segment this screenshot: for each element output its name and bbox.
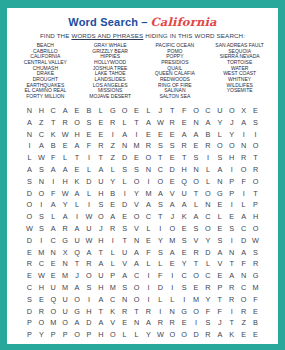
- grid-cell: C: [142, 211, 154, 223]
- grid-cell: T: [95, 246, 107, 258]
- grid-cell: S: [166, 140, 178, 152]
- grid-cell: E: [166, 152, 178, 164]
- word-list-item: SALTON SEA: [143, 94, 208, 100]
- grid-cell: P: [107, 270, 119, 282]
- grid-cell: A: [238, 211, 250, 223]
- grid-cell: N: [131, 234, 143, 246]
- grid-cell: I: [166, 282, 178, 294]
- grid-cell: A: [214, 164, 226, 176]
- grid-cell: N: [190, 116, 202, 128]
- grid-cell: M: [142, 187, 154, 199]
- grid-cell: R: [95, 140, 107, 152]
- grid-cell: E: [190, 140, 202, 152]
- grid-cell: E: [238, 329, 250, 341]
- grid-cell: F: [154, 270, 166, 282]
- title-dash: –: [141, 16, 147, 28]
- grid-cell: C: [35, 128, 47, 140]
- grid-cell: A: [238, 116, 250, 128]
- grid-cell: I: [142, 175, 154, 187]
- grid-cell: A: [95, 317, 107, 329]
- grid-cell: S: [154, 140, 166, 152]
- grid-cell: S: [24, 293, 36, 305]
- grid-cell: G: [71, 305, 83, 317]
- grid-cell: B: [202, 128, 214, 140]
- grid-cell: I: [238, 187, 250, 199]
- instructions-underlined: WORDS AND PHRASES: [71, 32, 143, 39]
- grid-cell: T: [250, 187, 262, 199]
- grid-cell: N: [202, 199, 214, 211]
- grid-cell: K: [71, 175, 83, 187]
- grid-cell: Y: [202, 293, 214, 305]
- grid-cell: R: [35, 305, 47, 317]
- grid-cell: N: [35, 175, 47, 187]
- grid-cell: V: [107, 317, 119, 329]
- grid-cell: F: [47, 187, 59, 199]
- grid-cell: E: [178, 317, 190, 329]
- grid-cell: O: [95, 211, 107, 223]
- grid-cell: D: [83, 317, 95, 329]
- grid-cell: Q: [178, 175, 190, 187]
- grid-cell: I: [154, 305, 166, 317]
- grid-cell: N: [190, 164, 202, 176]
- grid-cell: U: [71, 234, 83, 246]
- grid-cell: S: [214, 234, 226, 246]
- grid-cell: A: [95, 258, 107, 270]
- grid-cell: Q: [47, 293, 59, 305]
- grid-cell: S: [119, 223, 131, 235]
- grid-cell: C: [47, 234, 59, 246]
- grid-cell: O: [71, 116, 83, 128]
- grid-cell: L: [83, 164, 95, 176]
- grid-cell: G: [250, 270, 262, 282]
- grid-cell: I: [35, 234, 47, 246]
- grid-cell: P: [226, 175, 238, 187]
- grid-cell: O: [71, 329, 83, 341]
- grid-cell: E: [83, 128, 95, 140]
- grid-cell: A: [142, 199, 154, 211]
- grid-cell: S: [190, 152, 202, 164]
- grid-cell: O: [71, 293, 83, 305]
- grid-cell: A: [24, 116, 36, 128]
- page-title: Word Search–California: [7, 15, 278, 29]
- grid-cell: S: [119, 282, 131, 294]
- grid-cell: I: [107, 128, 119, 140]
- grid-cell: J: [226, 116, 238, 128]
- grid-cell: R: [142, 140, 154, 152]
- grid-cell: T: [71, 152, 83, 164]
- grid-cell: I: [83, 293, 95, 305]
- grid-cell: A: [178, 128, 190, 140]
- grid-cell: M: [59, 282, 71, 294]
- grid-cell: L: [107, 258, 119, 270]
- grid-cell: I: [131, 128, 143, 140]
- grid-cell: L: [119, 329, 131, 341]
- grid-cell: O: [131, 282, 143, 294]
- title-theme: California: [150, 15, 216, 29]
- grid-cell: Y: [107, 175, 119, 187]
- grid-cell: E: [131, 152, 143, 164]
- grid-cell: O: [178, 329, 190, 341]
- grid-cell: R: [154, 317, 166, 329]
- grid-cell: C: [238, 282, 250, 294]
- grid-cell: Y: [154, 234, 166, 246]
- grid-cell: F: [214, 305, 226, 317]
- grid-cell: B: [47, 140, 59, 152]
- grid-cell: B: [250, 317, 262, 329]
- grid-cell: A: [71, 223, 83, 235]
- grid-cell: Y: [178, 258, 190, 270]
- grid-cell: M: [107, 282, 119, 294]
- grid-cell: I: [83, 152, 95, 164]
- grid-cell: C: [107, 293, 119, 305]
- grid-cell: Q: [71, 246, 83, 258]
- grid-cell: D: [83, 175, 95, 187]
- grid-cell: H: [226, 152, 238, 164]
- grid-cell: Y: [226, 128, 238, 140]
- grid-cell: T: [214, 293, 226, 305]
- grid-cell: I: [107, 234, 119, 246]
- grid-cell: B: [83, 105, 95, 117]
- word-list-column: SAN ADREAS FAULTSEQUOIASIERRA NEVADATORT…: [207, 43, 272, 100]
- grid-cell: O: [250, 175, 262, 187]
- grid-cell: T: [154, 211, 166, 223]
- grid-cell: N: [238, 140, 250, 152]
- grid-cell: A: [131, 258, 143, 270]
- grid-cell: H: [178, 164, 190, 176]
- grid-cell: N: [226, 246, 238, 258]
- grid-cell: D: [202, 246, 214, 258]
- grid-cell: C: [131, 270, 143, 282]
- grid-cell: O: [190, 270, 202, 282]
- grid-cell: L: [83, 187, 95, 199]
- grid-cell: A: [47, 164, 59, 176]
- grid-cell: D: [24, 234, 36, 246]
- grid-cell: V: [214, 258, 226, 270]
- grid-cell: A: [226, 270, 238, 282]
- grid-cell: N: [142, 164, 154, 176]
- grid-cell: U: [59, 305, 71, 317]
- grid-cell: C: [202, 270, 214, 282]
- grid-cell: I: [190, 317, 202, 329]
- instructions-pre: FIND THE: [40, 32, 72, 39]
- grid-cell: F: [47, 152, 59, 164]
- grid-cell: E: [214, 223, 226, 235]
- grid-cell: W: [83, 211, 95, 223]
- grid-cell: N: [47, 246, 59, 258]
- grid-cell: Z: [35, 116, 47, 128]
- grid-cell: E: [142, 128, 154, 140]
- grid-cell: A: [190, 211, 202, 223]
- grid-cell: H: [95, 187, 107, 199]
- grid-cell: E: [71, 105, 83, 117]
- grid-cell: A: [59, 211, 71, 223]
- grid-cell: T: [119, 234, 131, 246]
- grid-cell: A: [166, 199, 178, 211]
- grid-cell: T: [166, 105, 178, 117]
- grid-cell: A: [178, 199, 190, 211]
- grid-cell: M: [190, 293, 202, 305]
- grid-cell: R: [190, 246, 202, 258]
- grid-cell: E: [250, 105, 262, 117]
- grid-cell: S: [154, 199, 166, 211]
- grid-cell: V: [131, 199, 143, 211]
- grid-cell: A: [238, 246, 250, 258]
- grid-cell: H: [95, 282, 107, 294]
- grid-cell: K: [47, 128, 59, 140]
- grid-cell: E: [178, 223, 190, 235]
- grid-cell: D: [24, 187, 36, 199]
- grid-cell: Z: [107, 152, 119, 164]
- grid-cell: W: [59, 187, 71, 199]
- grid-cell: Y: [59, 199, 71, 211]
- grid-cell: M: [35, 246, 47, 258]
- grid-cell: M: [59, 270, 71, 282]
- grid-cell: I: [35, 199, 47, 211]
- grid-cell: P: [47, 329, 59, 341]
- grid-cell: A: [190, 128, 202, 140]
- grid-cell: S: [202, 317, 214, 329]
- grid-cell: O: [226, 105, 238, 117]
- grid-cell: R: [107, 223, 119, 235]
- grid-cell: A: [24, 164, 36, 176]
- grid-cell: N: [59, 258, 71, 270]
- grid-cell: V: [190, 234, 202, 246]
- grid-cell: R: [238, 152, 250, 164]
- word-list-item: MOJAVE DESERT: [78, 94, 143, 100]
- grid-cell: R: [59, 116, 71, 128]
- grid-cell: B: [107, 187, 119, 199]
- grid-cell: L: [131, 329, 143, 341]
- grid-cell: O: [166, 329, 178, 341]
- grid-cell: N: [119, 140, 131, 152]
- grid-cell: I: [226, 305, 238, 317]
- grid-cell: P: [24, 329, 36, 341]
- grid-cell: L: [202, 164, 214, 176]
- grid-cell: E: [47, 270, 59, 282]
- grid-cell: T: [95, 305, 107, 317]
- grid-cell: L: [214, 211, 226, 223]
- puzzle-grid: NHCAEBLGOELJTFOCUOXEAZTROSERLTAWRENAYJAS…: [24, 105, 262, 341]
- grid-cell: S: [154, 246, 166, 258]
- grid-cell: A: [202, 116, 214, 128]
- grid-cell: I: [238, 128, 250, 140]
- grid-cell: M: [47, 317, 59, 329]
- word-list-item: FORTY MILLION: [13, 94, 78, 100]
- grid-cell: R: [107, 116, 119, 128]
- grid-cell: S: [190, 223, 202, 235]
- grid-cell: A: [142, 116, 154, 128]
- grid-cell: O: [166, 223, 178, 235]
- grid-cell: D: [190, 329, 202, 341]
- grid-cell: E: [47, 258, 59, 270]
- grid-cell: I: [178, 293, 190, 305]
- grid-cell: T: [47, 116, 59, 128]
- grid-cell: L: [95, 105, 107, 117]
- grid-cell: S: [178, 234, 190, 246]
- grid-cell: E: [71, 164, 83, 176]
- grid-cell: W: [154, 329, 166, 341]
- grid-cell: G: [59, 234, 71, 246]
- grid-cell: E: [119, 317, 131, 329]
- grid-cell: A: [107, 211, 119, 223]
- grid-cell: I: [226, 164, 238, 176]
- grid-cell: C: [202, 211, 214, 223]
- grid-cell: L: [119, 175, 131, 187]
- grid-cell: E: [178, 246, 190, 258]
- grid-cell: E: [24, 270, 36, 282]
- grid-cell: L: [142, 258, 154, 270]
- grid-cell: A: [119, 128, 131, 140]
- grid-cell: C: [178, 270, 190, 282]
- grid-cell: H: [35, 105, 47, 117]
- grid-cell: T: [71, 258, 83, 270]
- grid-cell: H: [250, 211, 262, 223]
- grid-cell: K: [226, 329, 238, 341]
- grid-cell: R: [24, 258, 36, 270]
- grid-cell: C: [35, 258, 47, 270]
- grid-cell: W: [59, 128, 71, 140]
- grid-cell: A: [71, 282, 83, 294]
- grid-cell: A: [71, 187, 83, 199]
- grid-cell: T: [178, 152, 190, 164]
- grid-cell: J: [166, 211, 178, 223]
- grid-cell: O: [59, 317, 71, 329]
- grid-cell: A: [71, 140, 83, 152]
- grid-cell: M: [131, 140, 143, 152]
- word-list-column: GRAY WHALEGRIZZLY BEARHIPPIESHOLLYWOODJO…: [78, 43, 143, 100]
- grid-cell: A: [142, 317, 154, 329]
- grid-cell: L: [202, 258, 214, 270]
- grid-cell: S: [214, 152, 226, 164]
- grid-cell: D: [119, 199, 131, 211]
- grid-cell: R: [226, 282, 238, 294]
- grid-cell: O: [202, 223, 214, 235]
- grid-cell: A: [35, 140, 47, 152]
- grid-cell: T: [190, 258, 202, 270]
- grid-cell: L: [166, 293, 178, 305]
- grid-cell: A: [214, 246, 226, 258]
- grid-cell: A: [131, 246, 143, 258]
- word-list-item: YOSEMITE: [207, 88, 272, 94]
- grid-cell: C: [238, 223, 250, 235]
- grid-cell: G: [107, 105, 119, 117]
- grid-cell: N: [131, 317, 143, 329]
- word-list-column: BEACHCABRILLOCALIFORNIACENTRAL VALLEYCHU…: [13, 43, 78, 100]
- grid-cell: R: [142, 305, 154, 317]
- grid-cell: R: [226, 293, 238, 305]
- grid-cell: C: [154, 164, 166, 176]
- grid-cell: O: [154, 175, 166, 187]
- grid-cell: S: [119, 164, 131, 176]
- grid-cell: U: [95, 270, 107, 282]
- grid-cell: A: [47, 199, 59, 211]
- grid-cell: Y: [214, 116, 226, 128]
- grid-cell: O: [131, 211, 143, 223]
- grid-cell: N: [214, 175, 226, 187]
- grid-cell: D: [154, 282, 166, 294]
- grid-cell: R: [202, 329, 214, 341]
- grid-cell: L: [154, 293, 166, 305]
- grid-cell: L: [119, 116, 131, 128]
- grid-cell: D: [119, 152, 131, 164]
- instructions-post: HIDING IN THIS WORD SEARCH:: [143, 32, 245, 39]
- grid-cell: L: [202, 175, 214, 187]
- grid-cell: O: [214, 140, 226, 152]
- grid-cell: Y: [131, 187, 143, 199]
- grid-cell: I: [71, 211, 83, 223]
- grid-cell: S: [226, 223, 238, 235]
- grid-cell: I: [166, 270, 178, 282]
- grid-cell: J: [95, 223, 107, 235]
- grid-cell: U: [83, 223, 95, 235]
- grid-cell: R: [166, 116, 178, 128]
- grid-cell: F: [83, 140, 95, 152]
- grid-cell: E: [95, 128, 107, 140]
- grid-cell: E: [131, 105, 143, 117]
- grid-cell: O: [250, 140, 262, 152]
- grid-cell: C: [47, 105, 59, 117]
- grid-cell: A: [83, 246, 95, 258]
- grid-cell: I: [202, 152, 214, 164]
- grid-cell: W: [154, 116, 166, 128]
- grid-cell: N: [24, 105, 36, 117]
- grid-cell: O: [47, 305, 59, 317]
- grid-cell: O: [250, 223, 262, 235]
- grid-cell: W: [83, 234, 95, 246]
- grid-cell: R: [202, 140, 214, 152]
- grid-cell: O: [83, 270, 95, 282]
- grid-cell: T: [250, 152, 262, 164]
- grid-cell: P: [24, 317, 36, 329]
- grid-cell: F: [238, 258, 250, 270]
- grid-cell: S: [35, 164, 47, 176]
- grid-cell: N: [24, 128, 36, 140]
- grid-cell: E: [166, 258, 178, 270]
- grid-cell: D: [166, 164, 178, 176]
- word-list-column: PACIFIC OCEANPOMOPOPPYPRESIDIOSQUAILQUEE…: [143, 43, 208, 100]
- grid-cell: S: [83, 116, 95, 128]
- grid-cell: D: [24, 305, 36, 317]
- grid-cell: K: [178, 211, 190, 223]
- grid-cell: H: [71, 128, 83, 140]
- instructions: FIND THE WORDS AND PHRASES HIDING IN THI…: [7, 32, 278, 39]
- grid-cell: S: [250, 246, 262, 258]
- grid-cell: R: [250, 164, 262, 176]
- grid-cell: A: [95, 164, 107, 176]
- grid-cell: E: [178, 116, 190, 128]
- grid-cell: X: [238, 105, 250, 117]
- grid-cell: A: [154, 187, 166, 199]
- grid-cell: R: [178, 140, 190, 152]
- grid-cell: R: [166, 317, 178, 329]
- grid-cell: H: [95, 329, 107, 341]
- grid-cell: I: [24, 140, 36, 152]
- grid-cell: G: [214, 187, 226, 199]
- grid-cell: P: [83, 329, 95, 341]
- title-main: Word Search: [68, 16, 138, 28]
- grid-cell: L: [47, 211, 59, 223]
- grid-cell: L: [142, 223, 154, 235]
- grid-cell: L: [142, 105, 154, 117]
- grid-cell: H: [59, 175, 71, 187]
- grid-cell: I: [142, 270, 154, 282]
- grid-cell: E: [250, 305, 262, 317]
- grid-cell: J: [214, 317, 226, 329]
- grid-cell: V: [166, 187, 178, 199]
- grid-cell: H: [83, 305, 95, 317]
- grid-cell: A: [47, 223, 59, 235]
- grid-cell: O: [238, 293, 250, 305]
